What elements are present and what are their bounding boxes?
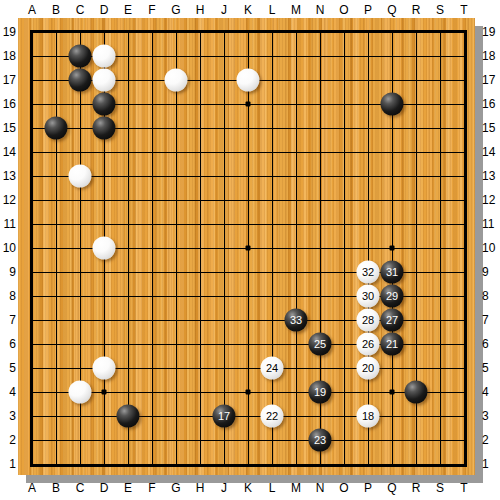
star-point-K10 — [246, 246, 251, 251]
white-stone-P9[interactable]: 32 — [357, 261, 380, 284]
move-number-label: 18 — [362, 411, 374, 422]
column-label-bottom-S: S — [436, 480, 444, 496]
row-label-right-3: 3 — [482, 408, 500, 424]
star-point-K4 — [246, 390, 251, 395]
move-number-label: 20 — [362, 363, 374, 374]
column-label-top-T: T — [460, 2, 467, 18]
row-label-right-1: 1 — [482, 456, 500, 472]
go-diagram: AABBCCDDEEFFGGHHJJKKLLMMNNOOPPQQRRSSTT19… — [0, 0, 500, 500]
column-label-top-L: L — [269, 2, 276, 18]
column-label-top-D: D — [100, 2, 109, 18]
black-stone-M7[interactable]: 33 — [285, 309, 308, 332]
move-number-label: 22 — [266, 411, 278, 422]
column-label-top-A: A — [28, 2, 36, 18]
row-label-left-9: 9 — [0, 264, 16, 280]
row-label-left-3: 3 — [0, 408, 16, 424]
column-label-top-K: K — [244, 2, 252, 18]
column-label-bottom-E: E — [124, 480, 132, 496]
row-label-left-1: 1 — [0, 456, 16, 472]
white-stone-D17[interactable] — [93, 69, 116, 92]
row-label-left-19: 19 — [0, 24, 16, 40]
row-label-left-4: 4 — [0, 384, 16, 400]
move-number-label: 23 — [314, 435, 326, 446]
move-number-label: 25 — [314, 339, 326, 350]
star-point-D4 — [102, 390, 107, 395]
row-label-left-14: 14 — [0, 144, 16, 160]
row-label-left-16: 16 — [0, 96, 16, 112]
black-stone-Q9[interactable]: 31 — [381, 261, 404, 284]
row-label-right-13: 13 — [482, 168, 500, 184]
white-stone-D5[interactable] — [93, 357, 116, 380]
move-number-label: 33 — [290, 315, 302, 326]
column-label-top-F: F — [148, 2, 155, 18]
white-stone-P6[interactable]: 26 — [357, 333, 380, 356]
column-label-top-B: B — [52, 2, 60, 18]
column-label-top-M: M — [291, 2, 301, 18]
row-label-right-2: 2 — [482, 432, 500, 448]
row-label-right-11: 11 — [482, 216, 500, 232]
row-label-right-19: 19 — [482, 24, 500, 40]
black-stone-C17[interactable] — [69, 69, 92, 92]
column-label-top-P: P — [364, 2, 372, 18]
column-label-bottom-N: N — [316, 480, 325, 496]
star-point-K16 — [246, 102, 251, 107]
column-label-bottom-B: B — [52, 480, 60, 496]
star-point-Q4 — [390, 390, 395, 395]
column-label-top-C: C — [76, 2, 85, 18]
column-label-bottom-K: K — [244, 480, 252, 496]
row-label-right-8: 8 — [482, 288, 500, 304]
black-stone-B15[interactable] — [45, 117, 68, 140]
row-label-right-17: 17 — [482, 72, 500, 88]
column-label-bottom-J: J — [221, 480, 227, 496]
row-label-right-12: 12 — [482, 192, 500, 208]
black-stone-J3[interactable]: 17 — [213, 405, 236, 428]
move-number-label: 21 — [386, 339, 398, 350]
column-label-bottom-O: O — [339, 480, 348, 496]
row-label-left-13: 13 — [0, 168, 16, 184]
column-label-top-J: J — [221, 2, 227, 18]
column-label-top-H: H — [196, 2, 205, 18]
column-label-top-Q: Q — [387, 2, 396, 18]
move-number-label: 28 — [362, 315, 374, 326]
column-label-bottom-C: C — [76, 480, 85, 496]
column-label-top-R: R — [412, 2, 421, 18]
column-label-bottom-M: M — [291, 480, 301, 496]
column-label-bottom-A: A — [28, 480, 36, 496]
column-label-bottom-P: P — [364, 480, 372, 496]
black-stone-N6[interactable]: 25 — [309, 333, 332, 356]
column-label-top-N: N — [316, 2, 325, 18]
row-label-right-4: 4 — [482, 384, 500, 400]
row-label-left-11: 11 — [0, 216, 16, 232]
row-label-right-15: 15 — [482, 120, 500, 136]
row-label-right-5: 5 — [482, 360, 500, 376]
black-stone-N4[interactable]: 19 — [309, 381, 332, 404]
black-stone-R4[interactable] — [405, 381, 428, 404]
row-label-left-5: 5 — [0, 360, 16, 376]
row-label-right-10: 10 — [482, 240, 500, 256]
move-number-label: 19 — [314, 387, 326, 398]
column-label-bottom-T: T — [460, 480, 467, 496]
white-stone-C4[interactable] — [69, 381, 92, 404]
white-stone-P7[interactable]: 28 — [357, 309, 380, 332]
white-stone-K17[interactable] — [237, 69, 260, 92]
white-stone-G17[interactable] — [165, 69, 188, 92]
black-stone-E3[interactable] — [117, 405, 140, 428]
column-label-bottom-H: H — [196, 480, 205, 496]
black-stone-C18[interactable] — [69, 45, 92, 68]
move-number-label: 24 — [266, 363, 278, 374]
column-label-top-E: E — [124, 2, 132, 18]
column-label-top-G: G — [171, 2, 180, 18]
row-label-left-6: 6 — [0, 336, 16, 352]
move-number-label: 31 — [386, 267, 398, 278]
white-stone-P5[interactable]: 20 — [357, 357, 380, 380]
column-label-bottom-R: R — [412, 480, 421, 496]
white-stone-P8[interactable]: 30 — [357, 285, 380, 308]
white-stone-L3[interactable]: 22 — [261, 405, 284, 428]
black-stone-Q8[interactable]: 29 — [381, 285, 404, 308]
row-label-right-6: 6 — [482, 336, 500, 352]
row-label-left-8: 8 — [0, 288, 16, 304]
row-label-right-18: 18 — [482, 48, 500, 64]
move-number-label: 26 — [362, 339, 374, 350]
column-label-bottom-D: D — [100, 480, 109, 496]
black-stone-Q7[interactable]: 27 — [381, 309, 404, 332]
row-label-right-16: 16 — [482, 96, 500, 112]
white-stone-C13[interactable] — [69, 165, 92, 188]
move-number-label: 17 — [218, 411, 230, 422]
row-label-right-7: 7 — [482, 312, 500, 328]
row-label-right-9: 9 — [482, 264, 500, 280]
row-label-left-10: 10 — [0, 240, 16, 256]
star-point-Q10 — [390, 246, 395, 251]
column-label-bottom-G: G — [171, 480, 180, 496]
white-stone-P3[interactable]: 18 — [357, 405, 380, 428]
row-label-left-12: 12 — [0, 192, 16, 208]
column-label-top-S: S — [436, 2, 444, 18]
black-stone-D15[interactable] — [93, 117, 116, 140]
move-number-label: 32 — [362, 267, 374, 278]
move-number-label: 30 — [362, 291, 374, 302]
row-label-left-2: 2 — [0, 432, 16, 448]
column-label-bottom-Q: Q — [387, 480, 396, 496]
white-stone-D18[interactable] — [93, 45, 116, 68]
white-stone-D10[interactable] — [93, 237, 116, 260]
row-label-left-17: 17 — [0, 72, 16, 88]
move-number-label: 29 — [386, 291, 398, 302]
column-label-bottom-L: L — [269, 480, 276, 496]
row-label-left-18: 18 — [0, 48, 16, 64]
move-number-label: 27 — [386, 315, 398, 326]
column-label-bottom-F: F — [148, 480, 155, 496]
row-label-right-14: 14 — [482, 144, 500, 160]
row-label-left-7: 7 — [0, 312, 16, 328]
black-stone-N2[interactable]: 23 — [309, 429, 332, 452]
column-label-top-O: O — [339, 2, 348, 18]
black-stone-D16[interactable] — [93, 93, 116, 116]
row-label-left-15: 15 — [0, 120, 16, 136]
white-stone-L5[interactable]: 24 — [261, 357, 284, 380]
black-stone-Q16[interactable] — [381, 93, 404, 116]
black-stone-Q6[interactable]: 21 — [381, 333, 404, 356]
